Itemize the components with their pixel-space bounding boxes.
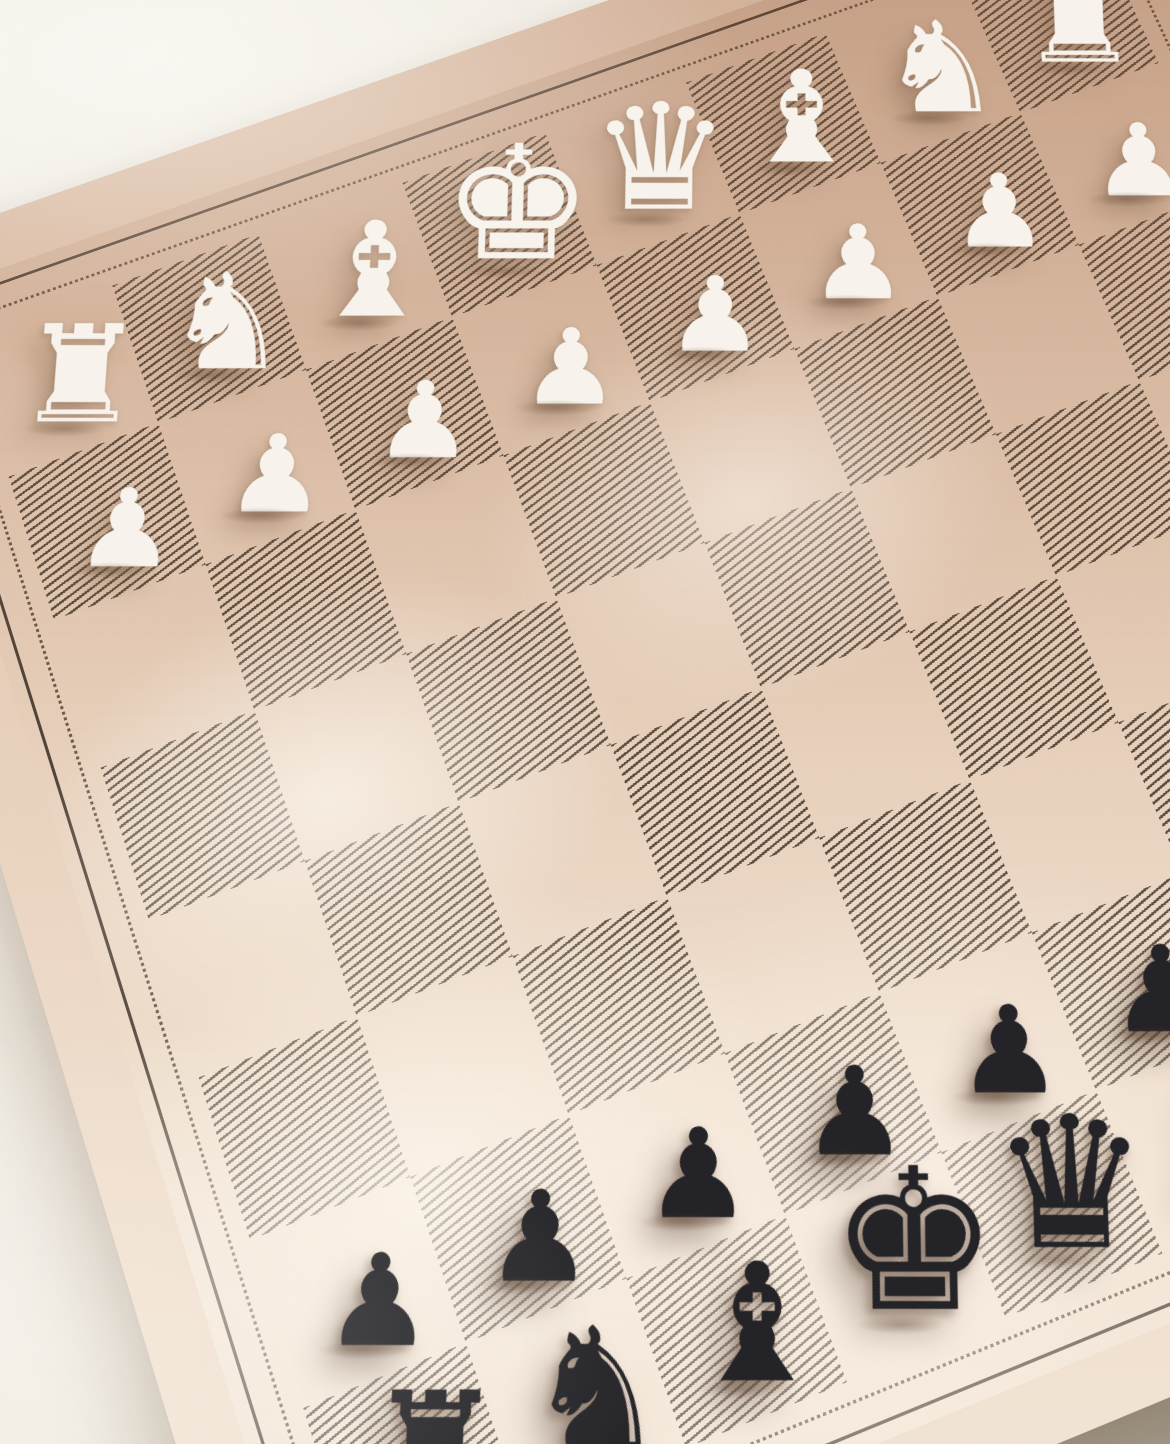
piece-black-pawn-f7[interactable]: ♟ — [613, 1113, 782, 1237]
piece-white-knight-b1[interactable]: ♞ — [865, 5, 1017, 131]
piece-black-pawn-h7[interactable]: ♟ — [291, 1238, 466, 1366]
piece-white-pawn-e2[interactable]: ♟ — [492, 315, 649, 420]
piece-black-bishop-f8[interactable]: ♝ — [671, 1241, 843, 1405]
piece-white-rook-h1[interactable]: ♜ — [0, 307, 162, 442]
piece-black-pawn-g7[interactable]: ♟ — [453, 1175, 625, 1301]
piece-white-bishop-f1[interactable]: ♝ — [294, 204, 453, 336]
piece-white-pawn-g2[interactable]: ♟ — [195, 421, 357, 529]
piece-black-rook-h8[interactable]: ♜ — [344, 1370, 522, 1444]
piece-black-knight-g8[interactable]: ♞ — [509, 1305, 684, 1444]
piece-white-pawn-a2[interactable]: ♟ — [1062, 111, 1170, 211]
piece-white-king-e1[interactable]: ♚ — [439, 125, 595, 283]
piece-white-knight-g1[interactable]: ♞ — [147, 255, 309, 388]
piece-white-pawn-b2[interactable]: ♟ — [923, 161, 1078, 263]
piece-black-king-e8[interactable]: ♚ — [829, 1143, 1001, 1340]
piece-white-queen-d1[interactable]: ♛ — [583, 84, 736, 232]
piece-black-queen-d8[interactable]: ♛ — [985, 1092, 1159, 1276]
piece-white-pawn-f2[interactable]: ♟ — [344, 368, 503, 474]
piece-white-bishop-c1[interactable]: ♝ — [726, 54, 877, 181]
piece-white-pawn-c2[interactable]: ♟ — [782, 212, 936, 315]
piece-white-pawn-d2[interactable]: ♟ — [638, 263, 793, 367]
photo-scene: ♜♞♝♛♚♝♞♜♟♟♟♟♟♟♟♟♜♞♝♛♚♝♞♜♟♟♟♟♟♟♟♟ — [0, 0, 1170, 1444]
piece-white-rook-a1[interactable]: ♜ — [1003, 0, 1156, 81]
piece-white-pawn-h2[interactable]: ♟ — [44, 475, 209, 584]
